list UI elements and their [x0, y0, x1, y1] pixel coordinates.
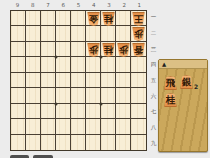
piece-kanji: 桂: [164, 93, 177, 107]
sente-marker-icon: ▲: [162, 61, 166, 68]
rank-label: 八: [149, 120, 158, 136]
board-square[interactable]: [56, 57, 71, 72]
board-square[interactable]: [116, 11, 131, 26]
board-grid: [11, 11, 146, 150]
board-square[interactable]: [71, 104, 86, 119]
file-label: 3: [101, 1, 116, 9]
file-label: 2: [117, 1, 132, 9]
file-label: 5: [71, 1, 86, 9]
board-square[interactable]: [11, 11, 26, 26]
rank-label: 七: [149, 104, 158, 120]
board-square[interactable]: [56, 104, 71, 119]
board-square[interactable]: [11, 26, 26, 41]
board-square[interactable]: [26, 42, 41, 57]
board-square[interactable]: [71, 73, 86, 88]
piece-kanji: 飛: [164, 76, 177, 90]
rank-label: 五: [149, 73, 158, 89]
board-square[interactable]: [86, 57, 101, 72]
hand-piece-knight[interactable]: 桂: [164, 93, 177, 107]
board-square[interactable]: [101, 73, 116, 88]
board-square[interactable]: [56, 88, 71, 103]
board-square[interactable]: [116, 57, 131, 72]
board-square[interactable]: [26, 26, 41, 41]
board-square[interactable]: [56, 11, 71, 26]
board-square[interactable]: [131, 57, 146, 72]
board-square[interactable]: [56, 73, 71, 88]
hoshi-dot: [100, 102, 103, 105]
board-square[interactable]: [86, 73, 101, 88]
board-square[interactable]: [41, 42, 56, 57]
board-square[interactable]: [11, 57, 26, 72]
board-square[interactable]: [41, 73, 56, 88]
board-square[interactable]: [71, 26, 86, 41]
cropped-button-left[interactable]: [10, 155, 29, 158]
board-square[interactable]: [26, 135, 41, 150]
komadai-sente: ▲ 飛銀2桂: [158, 59, 208, 152]
board-square[interactable]: [41, 104, 56, 119]
board-square[interactable]: [131, 104, 146, 119]
hand-piece-rook[interactable]: 飛: [164, 76, 177, 90]
board-square[interactable]: [116, 119, 131, 134]
board-square[interactable]: [101, 104, 116, 119]
rank-label: 二: [149, 26, 158, 42]
piece-kanji: 銀: [180, 75, 193, 89]
cropped-button-right[interactable]: [33, 155, 53, 158]
file-label: 7: [40, 1, 55, 9]
board-square[interactable]: [101, 119, 116, 134]
board-square[interactable]: [71, 42, 86, 57]
board-square[interactable]: [71, 135, 86, 150]
board-square[interactable]: [116, 26, 131, 41]
rank-label: 三: [149, 41, 158, 57]
board-square[interactable]: [56, 26, 71, 41]
board-square[interactable]: [41, 57, 56, 72]
board-square[interactable]: [11, 119, 26, 134]
board-square[interactable]: [101, 26, 116, 41]
shogi-board: 金桂王歩歩桂歩香: [10, 10, 147, 151]
board-square[interactable]: [41, 88, 56, 103]
board-square[interactable]: [86, 135, 101, 150]
board-square[interactable]: [26, 88, 41, 103]
board-square[interactable]: [11, 104, 26, 119]
board-square[interactable]: [26, 104, 41, 119]
board-square[interactable]: [116, 73, 131, 88]
board-square[interactable]: [116, 104, 131, 119]
file-label: 8: [25, 1, 40, 9]
hoshi-dot: [55, 56, 58, 59]
hoshi-dot: [55, 102, 58, 105]
board-square[interactable]: [26, 73, 41, 88]
rank-label: 一: [149, 10, 158, 26]
board-square[interactable]: [71, 88, 86, 103]
board-square[interactable]: [131, 73, 146, 88]
board-square[interactable]: [26, 57, 41, 72]
board-square[interactable]: [41, 11, 56, 26]
board-square[interactable]: [86, 88, 101, 103]
board-square[interactable]: [56, 42, 71, 57]
hand-piece-count: 2: [194, 83, 198, 90]
board-square[interactable]: [116, 135, 131, 150]
board-square[interactable]: [71, 11, 86, 26]
board-square[interactable]: [41, 119, 56, 134]
board-square[interactable]: [26, 11, 41, 26]
board-square[interactable]: [11, 88, 26, 103]
board-square[interactable]: [26, 119, 41, 134]
board-square[interactable]: [116, 88, 131, 103]
file-label: 1: [132, 1, 147, 9]
board-square[interactable]: [41, 135, 56, 150]
board-square[interactable]: [86, 104, 101, 119]
board-square[interactable]: [86, 119, 101, 134]
board-square[interactable]: [11, 73, 26, 88]
rank-label: 六: [149, 88, 158, 104]
board-square[interactable]: [86, 26, 101, 41]
board-square[interactable]: [131, 88, 146, 103]
hoshi-dot: [100, 56, 103, 59]
board-square[interactable]: [131, 135, 146, 150]
file-labels: 987654321: [10, 1, 147, 9]
board-square[interactable]: [11, 42, 26, 57]
board-square[interactable]: [41, 26, 56, 41]
rank-label: 四: [149, 57, 158, 73]
board-square[interactable]: [101, 57, 116, 72]
file-label: 4: [86, 1, 101, 9]
board-square[interactable]: [101, 135, 116, 150]
board-square[interactable]: [56, 119, 71, 134]
board-square[interactable]: [71, 57, 86, 72]
rank-label: 九: [149, 135, 158, 151]
file-label: 6: [56, 1, 71, 9]
file-label: 9: [10, 1, 25, 9]
board-square[interactable]: [131, 119, 146, 134]
komadai-header-band: ▲: [159, 60, 207, 69]
hand-piece-silver[interactable]: 銀: [180, 75, 193, 89]
board-square[interactable]: [56, 135, 71, 150]
board-square[interactable]: [11, 135, 26, 150]
board-square[interactable]: [71, 119, 86, 134]
board-square[interactable]: [101, 88, 116, 103]
rank-labels: 一二三四五六七八九: [149, 10, 158, 151]
